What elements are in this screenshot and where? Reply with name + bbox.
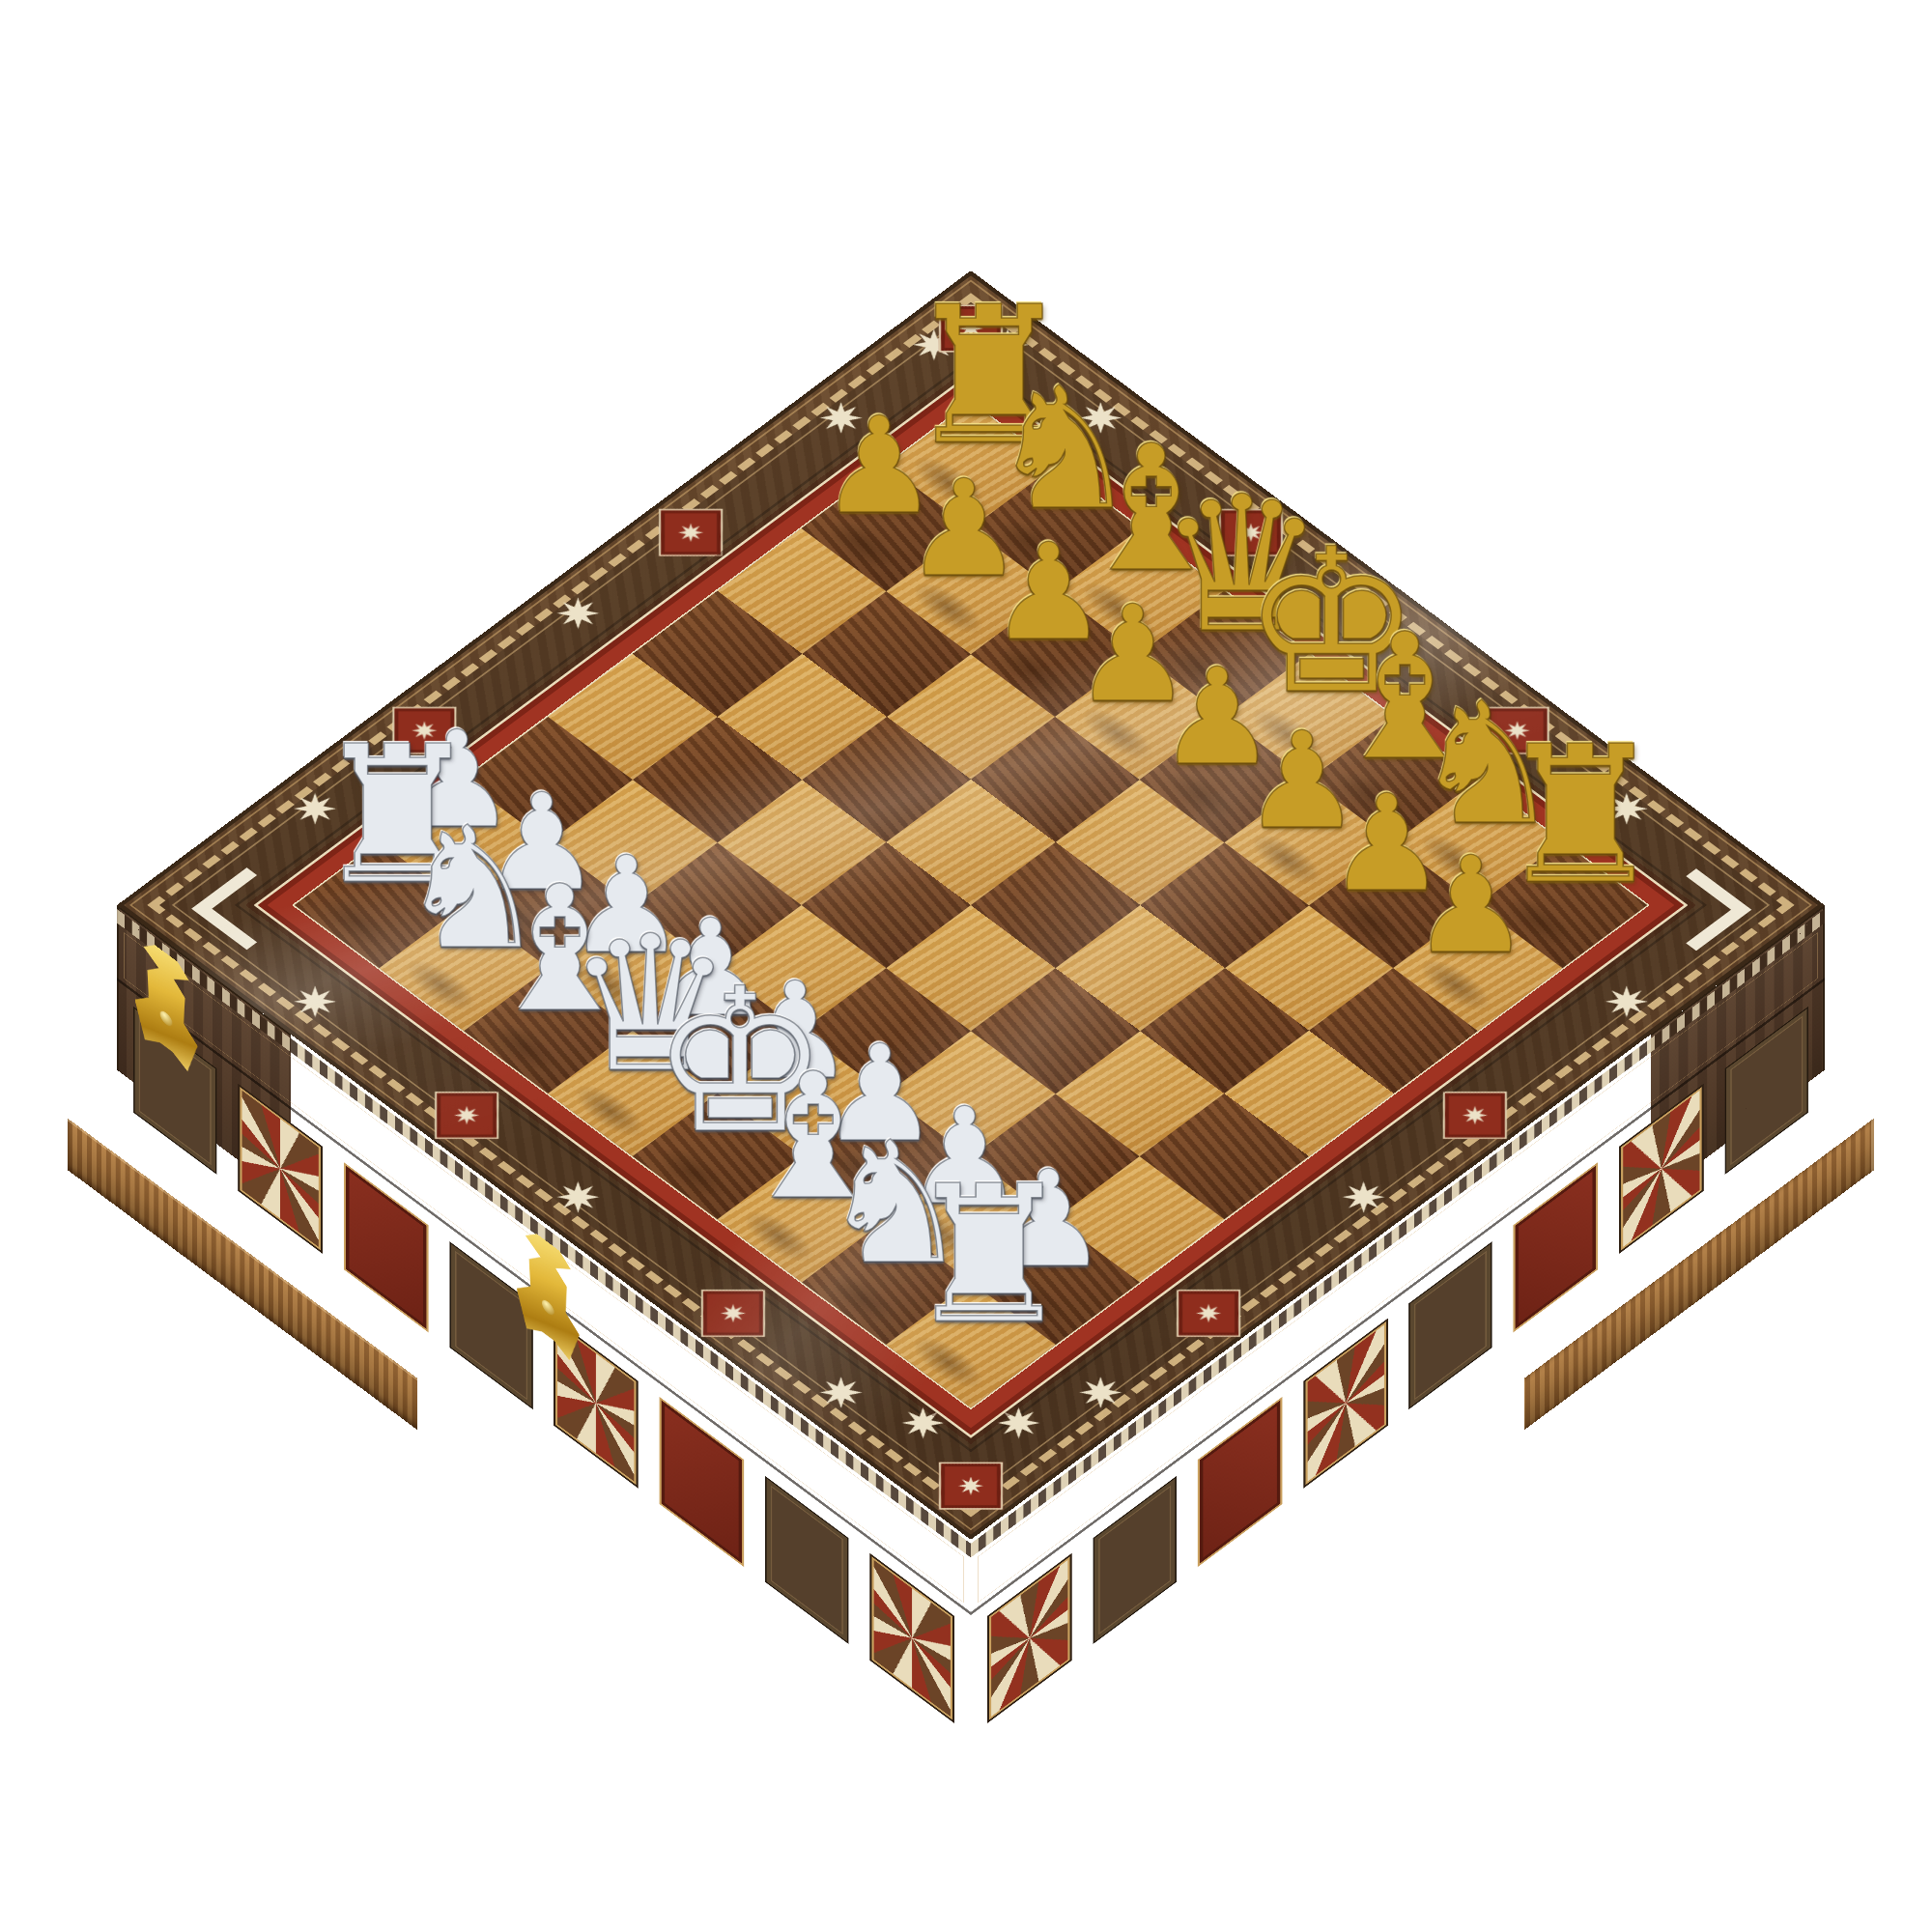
star-inlay bbox=[548, 1175, 608, 1219]
star-inlay bbox=[1333, 1175, 1393, 1219]
wall-panel-plain bbox=[449, 1241, 532, 1409]
white-rook[interactable]: ♜ bbox=[904, 1160, 1024, 1350]
wall-panel-plain bbox=[1094, 1476, 1177, 1644]
wall-panel-star bbox=[1303, 1319, 1388, 1489]
star-inlay bbox=[449, 1102, 485, 1128]
red-diamond-inlay bbox=[659, 509, 723, 556]
wall-panel-star bbox=[554, 1319, 639, 1489]
wall-panel-red bbox=[1514, 1162, 1599, 1332]
star-inlay bbox=[716, 1300, 752, 1326]
star-inlay bbox=[811, 1370, 871, 1414]
wall-panel-red bbox=[344, 1162, 429, 1332]
wall-panel-red bbox=[1198, 1397, 1283, 1567]
wall-panel-star bbox=[987, 1553, 1072, 1723]
star-inlay bbox=[285, 980, 345, 1024]
wall-panel-plain bbox=[1409, 1241, 1492, 1409]
square-h6[interactable] bbox=[1309, 968, 1478, 1094]
red-diamond-inlay bbox=[1219, 509, 1283, 556]
star-inlay bbox=[548, 591, 608, 636]
wall-panel-star bbox=[1619, 1084, 1704, 1254]
wall-panel-plain bbox=[1725, 1007, 1808, 1175]
red-diamond-inlay bbox=[701, 1290, 765, 1337]
red-diamond-inlay bbox=[1443, 1092, 1507, 1139]
wall-panel-red bbox=[660, 1397, 745, 1567]
black-pawn[interactable]: ♟ bbox=[1411, 839, 1531, 973]
wall-panel-star bbox=[238, 1084, 323, 1254]
star-inlay bbox=[1597, 980, 1657, 1024]
red-diamond-inlay bbox=[1177, 1290, 1240, 1337]
star-inlay bbox=[953, 1472, 989, 1498]
star-inlay bbox=[673, 520, 709, 546]
square-h1[interactable]: ♜ bbox=[886, 1282, 1055, 1407]
star-inlay bbox=[1191, 1300, 1227, 1326]
wall-panel-plain bbox=[765, 1476, 848, 1644]
red-diamond-inlay bbox=[939, 305, 1003, 353]
star-inlay bbox=[1457, 1102, 1492, 1128]
red-diamond-inlay bbox=[939, 1463, 1003, 1510]
star-inlay bbox=[1234, 520, 1269, 546]
star-inlay bbox=[953, 315, 989, 341]
star-inlay bbox=[1070, 1370, 1130, 1414]
product-photo-scene: ♜♞♝♛♚♝♞♜♟♟♟♟♟♟♟♟♟♟♟♟♟♟♟♟♜♞♝♛♚♝♞♜ bbox=[0, 0, 1932, 1932]
red-diamond-inlay bbox=[435, 1092, 498, 1139]
chess-box-top: ♜♞♝♛♚♝♞♜♟♟♟♟♟♟♟♟♟♟♟♟♟♟♟♟♜♞♝♛♚♝♞♜ bbox=[117, 270, 1825, 1540]
wall-panel-star bbox=[869, 1553, 954, 1723]
